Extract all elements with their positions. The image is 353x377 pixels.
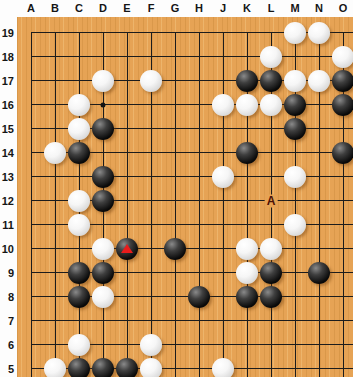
row-label-13: 13 (1, 171, 14, 182)
row-label-18: 18 (1, 51, 14, 62)
column-label-H: H (195, 3, 203, 14)
go-board-screenshot: ABCDEFGHJKLMNO 1918171615141312111098765… (0, 0, 353, 377)
column-label-D: D (99, 3, 107, 14)
column-label-K: K (243, 3, 251, 14)
row-label-8: 8 (1, 291, 14, 302)
row-label-5: 5 (1, 363, 14, 374)
column-label-M: M (290, 3, 299, 14)
row-label-9: 9 (1, 267, 14, 278)
go-board[interactable] (17, 17, 353, 377)
row-label-12: 12 (1, 195, 14, 206)
column-label-E: E (123, 3, 130, 14)
row-label-gutter: 1918171615141312111098765 (0, 0, 17, 377)
row-label-14: 14 (1, 147, 14, 158)
column-label-C: C (75, 3, 83, 14)
row-label-10: 10 (1, 243, 14, 254)
row-label-15: 15 (1, 123, 14, 134)
row-label-16: 16 (1, 99, 14, 110)
column-label-F: F (148, 3, 155, 14)
row-label-11: 11 (1, 219, 14, 230)
row-label-6: 6 (1, 339, 14, 350)
column-label-gutter: ABCDEFGHJKLMNO (0, 0, 353, 17)
column-label-L: L (268, 3, 275, 14)
grid-lines (31, 32, 353, 377)
row-label-19: 19 (1, 27, 14, 38)
column-label-A: A (27, 3, 35, 14)
column-label-N: N (315, 3, 323, 14)
row-label-17: 17 (1, 75, 14, 86)
column-label-B: B (51, 3, 59, 14)
column-label-O: O (339, 3, 348, 14)
column-label-J: J (220, 3, 226, 14)
row-label-7: 7 (1, 315, 14, 326)
column-label-G: G (171, 3, 180, 14)
